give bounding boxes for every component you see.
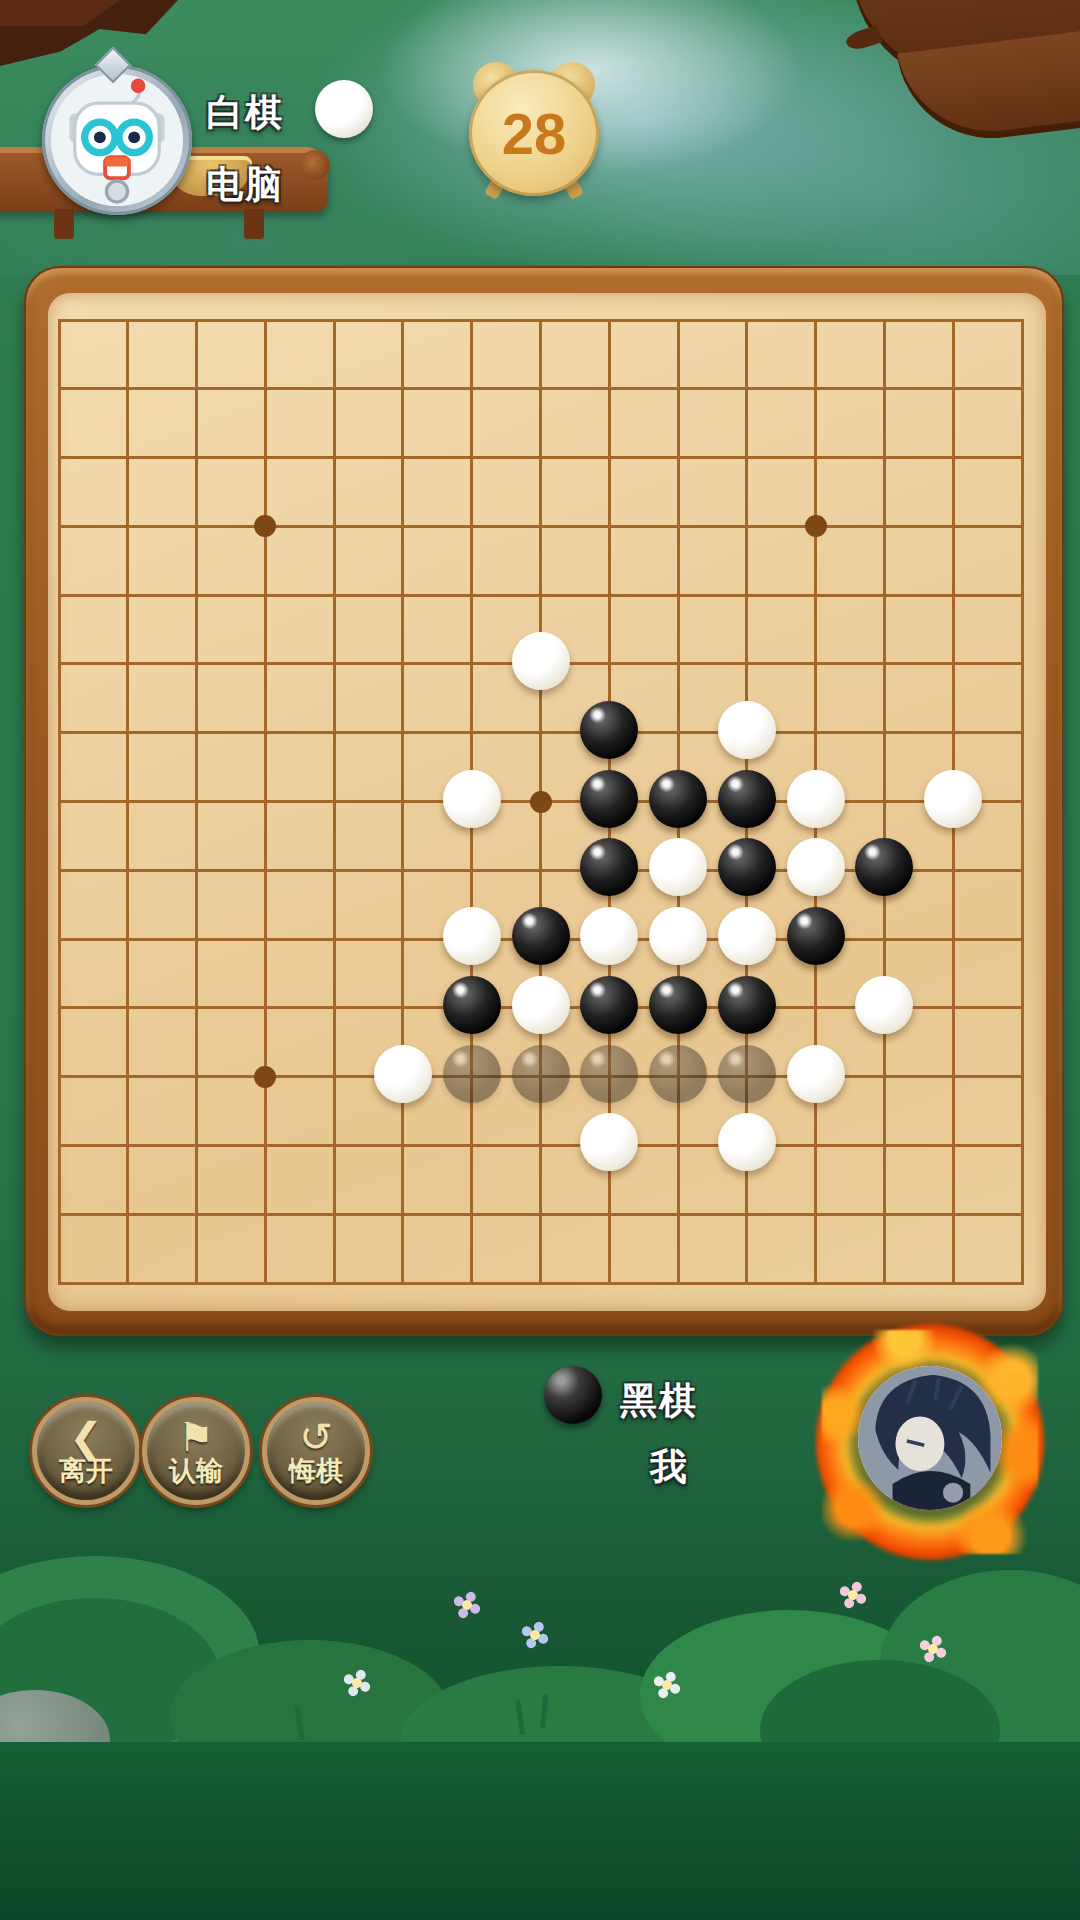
white-stone — [512, 632, 570, 690]
flower — [846, 1588, 859, 1601]
white-stone — [649, 907, 707, 965]
black-stone — [718, 976, 776, 1034]
black-stone — [580, 976, 638, 1034]
white-stone — [855, 976, 913, 1034]
ground — [0, 1742, 1080, 1920]
shelf-leg — [244, 209, 264, 239]
black-stone — [718, 770, 776, 828]
back-chevron-icon: ❮ — [69, 1417, 103, 1457]
robot-avatar — [51, 74, 183, 206]
white-stone — [924, 770, 982, 828]
leave-button[interactable]: ❮ 离开 — [32, 1397, 140, 1505]
black-stone — [855, 838, 913, 896]
white-stone — [787, 838, 845, 896]
opponent-side-label: 白棋 — [206, 88, 284, 138]
opponent-name: 电脑 — [206, 160, 284, 210]
player-name: 我 — [650, 1442, 689, 1492]
leave-button-label: 离开 — [59, 1457, 113, 1485]
opponent-avatar-frame — [42, 65, 192, 215]
game-screen: 白棋 电脑 28 ❮ 离开 ⚑ 认输 ↺ 悔棋 黑棋 我 — [0, 0, 1080, 1920]
timer-value: 28 — [502, 100, 567, 167]
shelf-scroll-end — [300, 150, 330, 180]
ghost-stone — [580, 1045, 638, 1103]
ghost-stone — [443, 1045, 501, 1103]
grid-line-horizontal — [58, 1144, 1024, 1147]
black-stone — [649, 976, 707, 1034]
white-stone — [580, 1113, 638, 1171]
black-stone — [512, 907, 570, 965]
undo-button-label: 悔棋 — [289, 1457, 343, 1485]
ghost-stone — [512, 1045, 570, 1103]
grid-line-horizontal — [58, 1282, 1024, 1285]
star-point — [805, 515, 827, 537]
white-stone — [787, 770, 845, 828]
ghost-stone — [718, 1045, 776, 1103]
resign-button[interactable]: ⚑ 认输 — [142, 1397, 250, 1505]
white-stone — [443, 907, 501, 965]
star-point — [530, 791, 552, 813]
undo-button[interactable]: ↺ 悔棋 — [262, 1397, 370, 1505]
alarm-clock-icon: 28 — [467, 62, 601, 196]
flag-icon: ⚑ — [178, 1417, 214, 1457]
board-frame — [24, 266, 1064, 1336]
clock-face: 28 — [469, 70, 599, 196]
board-grid[interactable] — [59, 320, 1022, 1283]
board-face — [48, 293, 1046, 1311]
flower — [460, 1598, 473, 1611]
black-stone — [718, 838, 776, 896]
black-stone-icon — [544, 1366, 602, 1424]
black-stone — [580, 770, 638, 828]
white-stone — [718, 1113, 776, 1171]
resign-button-label: 认输 — [169, 1457, 223, 1485]
white-stone — [718, 907, 776, 965]
undo-icon: ↺ — [299, 1417, 333, 1457]
white-stone — [787, 1045, 845, 1103]
grid-line-vertical — [883, 319, 886, 1285]
ghost-stone — [649, 1045, 707, 1103]
white-stone — [374, 1045, 432, 1103]
flower — [528, 1628, 541, 1641]
player-side-label: 黑棋 — [620, 1376, 698, 1426]
white-stone — [580, 907, 638, 965]
black-stone — [443, 976, 501, 1034]
white-stone-icon — [315, 80, 373, 138]
player-avatar — [858, 1366, 1002, 1510]
white-stone — [512, 976, 570, 1034]
star-point — [254, 515, 276, 537]
black-stone — [787, 907, 845, 965]
white-stone — [443, 770, 501, 828]
grid-line-horizontal — [58, 1213, 1024, 1216]
grid-line-vertical — [1021, 319, 1024, 1285]
flame-ring-turn-indicator — [822, 1330, 1038, 1554]
black-stone — [580, 701, 638, 759]
shelf-leg — [54, 209, 74, 239]
black-stone — [580, 838, 638, 896]
white-stone — [649, 838, 707, 896]
white-stone — [718, 701, 776, 759]
black-stone — [649, 770, 707, 828]
star-point — [254, 1066, 276, 1088]
